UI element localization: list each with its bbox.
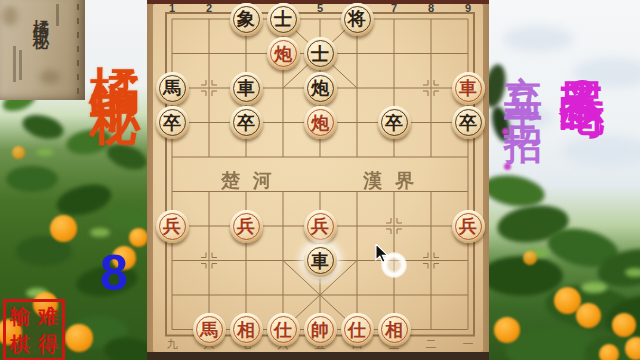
piece-red-f2-r10[interactable]: 馬	[191, 312, 228, 347]
piece-black-f7-r4[interactable]: 卒	[376, 105, 413, 140]
piece-character: 卒	[163, 111, 181, 135]
piece-character: 兵	[237, 214, 255, 238]
piece-red-f4-r2[interactable]: 炮	[265, 36, 302, 71]
xiangqi-board[interactable]: 楚河 漢界 象士将炮士馬車炮車卒卒炮卒卒兵兵兵兵車馬相仕帥仕相 12345678…	[147, 0, 489, 360]
piece-character: 兵	[163, 214, 181, 238]
piece-black-f1-r3[interactable]: 馬	[154, 71, 191, 106]
episode-number: 8	[100, 244, 128, 302]
piece-character: 車	[459, 76, 477, 100]
piece-red-f6-r10[interactable]: 仕	[339, 312, 376, 347]
piece-black-f4-r1[interactable]: 士	[265, 2, 302, 37]
piece-red-f3-r10[interactable]: 相	[228, 312, 265, 347]
piece-black-f3-r4[interactable]: 卒	[228, 105, 265, 140]
video-title: 黑不吃马2	[560, 46, 605, 127]
piece-character: 炮	[311, 76, 329, 100]
piece-character: 卒	[237, 111, 255, 135]
piece-character: 仕	[274, 318, 292, 342]
piece-black-f9-r4[interactable]: 卒	[450, 105, 487, 140]
seal-char-2: 难	[34, 302, 62, 330]
screenshot-stage: 橘中秘 橘中秘 8 输难棋得 黑不吃马2 弃马十三招 楚河 漢界 象士将炮士馬車…	[0, 0, 640, 360]
board-piece-grid: 象士将炮士馬車炮車卒卒炮卒卒兵兵兵兵車馬相仕帥仕相	[154, 2, 487, 347]
piece-black-f5-r2[interactable]: 士	[302, 36, 339, 71]
red-seal-stamp: 输难棋得	[3, 299, 65, 360]
piece-red-f1-r7[interactable]: 兵	[154, 209, 191, 244]
piece-black-f5-r8[interactable]: 車	[302, 243, 339, 278]
piece-red-f5-r7[interactable]: 兵	[302, 209, 339, 244]
piece-red-f9-r7[interactable]: 兵	[450, 209, 487, 244]
piece-character: 象	[237, 7, 255, 31]
book-binding-stitches	[77, 4, 79, 96]
piece-black-f1-r4[interactable]: 卒	[154, 105, 191, 140]
piece-character: 相	[385, 318, 403, 342]
piece-character: 馬	[163, 76, 181, 100]
mouse-cursor-icon	[375, 244, 391, 264]
piece-character: 士	[311, 42, 329, 66]
piece-character: 士	[274, 7, 292, 31]
piece-black-f6-r1[interactable]: 将	[339, 2, 376, 37]
video-subtitle: 弃马十三招	[504, 44, 542, 109]
piece-character: 炮	[311, 111, 329, 135]
piece-red-f7-r10[interactable]: 相	[376, 312, 413, 347]
piece-character: 兵	[459, 214, 477, 238]
seal-char-1: 输	[6, 302, 34, 330]
piece-character: 馬	[200, 318, 218, 342]
piece-red-f9-r3[interactable]: 車	[450, 71, 487, 106]
piece-black-f3-r3[interactable]: 車	[228, 71, 265, 106]
piece-red-f3-r7[interactable]: 兵	[228, 209, 265, 244]
piece-character: 帥	[311, 318, 329, 342]
piece-black-f5-r3[interactable]: 炮	[302, 71, 339, 106]
piece-red-f5-r10[interactable]: 帥	[302, 312, 339, 347]
piece-character: 卒	[385, 111, 403, 135]
piece-character: 卒	[459, 111, 477, 135]
piece-red-f4-r10[interactable]: 仕	[265, 312, 302, 347]
piece-character: 車	[311, 249, 329, 273]
series-title: 橘中秘	[90, 26, 140, 74]
piece-character: 炮	[274, 42, 292, 66]
piece-character: 兵	[311, 214, 329, 238]
piece-character: 仕	[348, 318, 366, 342]
book-cover-photo: 橘中秘	[0, 0, 85, 100]
piece-black-f3-r1[interactable]: 象	[228, 2, 265, 37]
piece-character: 将	[348, 7, 366, 31]
seal-char-4: 得	[34, 330, 62, 358]
piece-character: 車	[237, 76, 255, 100]
book-photo-title: 橘中秘	[30, 7, 51, 28]
seal-char-3: 棋	[6, 330, 34, 358]
piece-character: 相	[237, 318, 255, 342]
piece-red-f5-r4[interactable]: 炮	[302, 105, 339, 140]
